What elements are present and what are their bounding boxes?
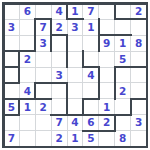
cell-r8c1[interactable] [4, 115, 19, 130]
region-border-b [114, 114, 132, 116]
given-digit: 5 [8, 102, 15, 113]
cell-r8c9[interactable]: 3 [131, 115, 146, 130]
given-digit: 4 [24, 86, 31, 97]
cell-r5c2[interactable] [20, 68, 35, 83]
cell-r6c5[interactable] [68, 83, 83, 98]
cell-r2c9[interactable] [131, 20, 146, 35]
cell-r4c4[interactable] [52, 52, 67, 67]
given-digit: 8 [119, 133, 126, 144]
cell-r7c7[interactable]: 1 [99, 99, 114, 114]
given-digit: 3 [71, 22, 78, 33]
cell-r5c5[interactable] [68, 68, 83, 83]
region-border-b [98, 130, 116, 132]
cell-r3c1[interactable] [4, 36, 19, 51]
cell-r9c2[interactable] [20, 131, 35, 146]
cell-r1c2[interactable]: 6 [20, 4, 35, 19]
given-digit: 6 [24, 6, 31, 17]
cell-r5c1[interactable] [4, 68, 19, 83]
cell-r8c6[interactable]: 6 [83, 115, 98, 130]
cell-r8c4[interactable]: 7 [52, 115, 67, 130]
given-digit: 2 [119, 86, 126, 97]
region-border-b [34, 98, 52, 100]
region-border-r [114, 82, 116, 100]
cell-r6c8[interactable]: 2 [115, 83, 130, 98]
given-digit: 1 [24, 102, 31, 113]
cell-r3c7[interactable]: 9 [99, 36, 114, 51]
given-digit: 2 [40, 102, 47, 113]
puzzle-grid: 6417237231391825344251217462372158 [2, 2, 148, 148]
region-border-b [66, 18, 84, 20]
cell-r5c3[interactable] [36, 68, 51, 83]
given-digit: 7 [40, 22, 47, 33]
cell-r3c8[interactable]: 1 [115, 36, 130, 51]
cell-r2c1[interactable]: 3 [4, 20, 19, 35]
cell-r7c2[interactable]: 1 [20, 99, 35, 114]
cell-r8c2[interactable] [20, 115, 35, 130]
given-digit: 2 [24, 54, 31, 65]
cell-r9c7[interactable] [99, 131, 114, 146]
cell-r1c6[interactable]: 7 [83, 4, 98, 19]
cell-r4c6[interactable] [83, 52, 98, 67]
region-border-r [50, 34, 52, 52]
cell-r9c3[interactable] [36, 131, 51, 146]
cell-r4c2[interactable]: 2 [20, 52, 35, 67]
region-border-b [18, 50, 36, 52]
cell-r3c3[interactable]: 3 [36, 36, 51, 51]
given-digit: 2 [55, 133, 62, 144]
cell-r7c5[interactable] [68, 99, 83, 114]
cell-r9c5[interactable]: 1 [68, 131, 83, 146]
given-digit: 3 [40, 38, 47, 49]
given-digit: 2 [103, 117, 110, 128]
cell-r4c3[interactable] [36, 52, 51, 67]
given-digit: 4 [87, 70, 94, 81]
cell-r5c8[interactable] [115, 68, 130, 83]
cell-r2c2[interactable] [20, 20, 35, 35]
given-digit: 7 [87, 6, 94, 17]
cell-r6c2[interactable]: 4 [20, 83, 35, 98]
cell-r1c8[interactable] [115, 4, 130, 19]
cell-r1c1[interactable] [4, 4, 19, 19]
region-border-b [3, 82, 21, 84]
given-digit: 3 [8, 22, 15, 33]
cell-r6c1[interactable] [4, 83, 19, 98]
cell-r9c4[interactable]: 2 [52, 131, 67, 146]
region-border-b [130, 146, 148, 148]
given-digit: 8 [135, 38, 142, 49]
cell-r3c6[interactable] [83, 36, 98, 51]
given-digit: 4 [55, 6, 62, 17]
cell-r5c6[interactable]: 4 [83, 68, 98, 83]
given-digit: 2 [135, 6, 142, 17]
cell-r9c8[interactable]: 8 [115, 131, 130, 146]
given-digit: 1 [87, 22, 94, 33]
cell-r3c5[interactable] [68, 36, 83, 51]
cell-r9c1[interactable]: 7 [4, 131, 19, 146]
cell-r1c7[interactable] [99, 4, 114, 19]
cell-r6c6[interactable] [83, 83, 98, 98]
given-digit: 6 [87, 117, 94, 128]
cell-r1c3[interactable] [36, 4, 51, 19]
cell-r1c5[interactable]: 1 [68, 4, 83, 19]
cell-r7c1[interactable]: 5 [4, 99, 19, 114]
cell-r6c4[interactable] [52, 83, 67, 98]
region-border-r [66, 50, 68, 68]
cell-r2c5[interactable]: 3 [68, 20, 83, 35]
given-digit: 3 [55, 70, 62, 81]
cell-r6c7[interactable] [99, 83, 114, 98]
cell-r7c4[interactable] [52, 99, 67, 114]
puzzle-board: 6417237231391825344251217462372158 [0, 0, 150, 150]
cell-r7c6[interactable] [83, 99, 98, 114]
cell-r4c7[interactable] [99, 52, 114, 67]
cell-r2c7[interactable] [99, 20, 114, 35]
cell-r2c6[interactable]: 1 [83, 20, 98, 35]
cell-r1c4[interactable]: 4 [52, 4, 67, 19]
given-digit: 1 [71, 6, 78, 17]
region-border-b [114, 34, 132, 36]
cell-r6c9[interactable] [131, 83, 146, 98]
cell-r6c3[interactable] [36, 83, 51, 98]
cell-r8c8[interactable] [115, 115, 130, 130]
cell-r5c7[interactable] [99, 68, 114, 83]
given-digit: 1 [119, 38, 126, 49]
given-digit: 2 [55, 22, 62, 33]
cell-r3c4[interactable] [52, 36, 67, 51]
cell-r2c8[interactable] [115, 20, 130, 35]
cell-r7c8[interactable] [115, 99, 130, 114]
cell-r8c7[interactable]: 2 [99, 115, 114, 130]
cell-r8c3[interactable] [36, 115, 51, 130]
cell-r4c1[interactable] [4, 52, 19, 67]
given-digit: 7 [55, 117, 62, 128]
given-digit: 9 [103, 38, 110, 49]
cell-r4c5[interactable] [68, 52, 83, 67]
given-digit: 3 [135, 117, 142, 128]
cell-r4c8[interactable]: 5 [115, 52, 130, 67]
given-digit: 5 [87, 133, 94, 144]
cell-r3c2[interactable] [20, 36, 35, 51]
cell-r7c9[interactable] [131, 99, 146, 114]
cell-r2c4[interactable]: 2 [52, 20, 67, 35]
cell-r5c9[interactable] [131, 68, 146, 83]
region-border-b [3, 114, 21, 116]
cell-r7c3[interactable]: 2 [36, 99, 51, 114]
cell-r1c9[interactable]: 2 [131, 4, 146, 19]
given-digit: 7 [8, 133, 15, 144]
given-digit: 1 [71, 133, 78, 144]
cell-r8c5[interactable]: 4 [68, 115, 83, 130]
cell-r2c3[interactable]: 7 [36, 20, 51, 35]
cell-r5c4[interactable]: 3 [52, 68, 67, 83]
cell-r4c9[interactable] [131, 52, 146, 67]
cell-r3c9[interactable]: 8 [131, 36, 146, 51]
region-border-r [98, 34, 100, 52]
cell-r9c6[interactable]: 5 [83, 131, 98, 146]
given-digit: 5 [119, 54, 126, 65]
given-digit: 1 [103, 102, 110, 113]
cell-r9c9[interactable] [131, 131, 146, 146]
region-border-b [82, 98, 100, 100]
given-digit: 4 [71, 117, 78, 128]
